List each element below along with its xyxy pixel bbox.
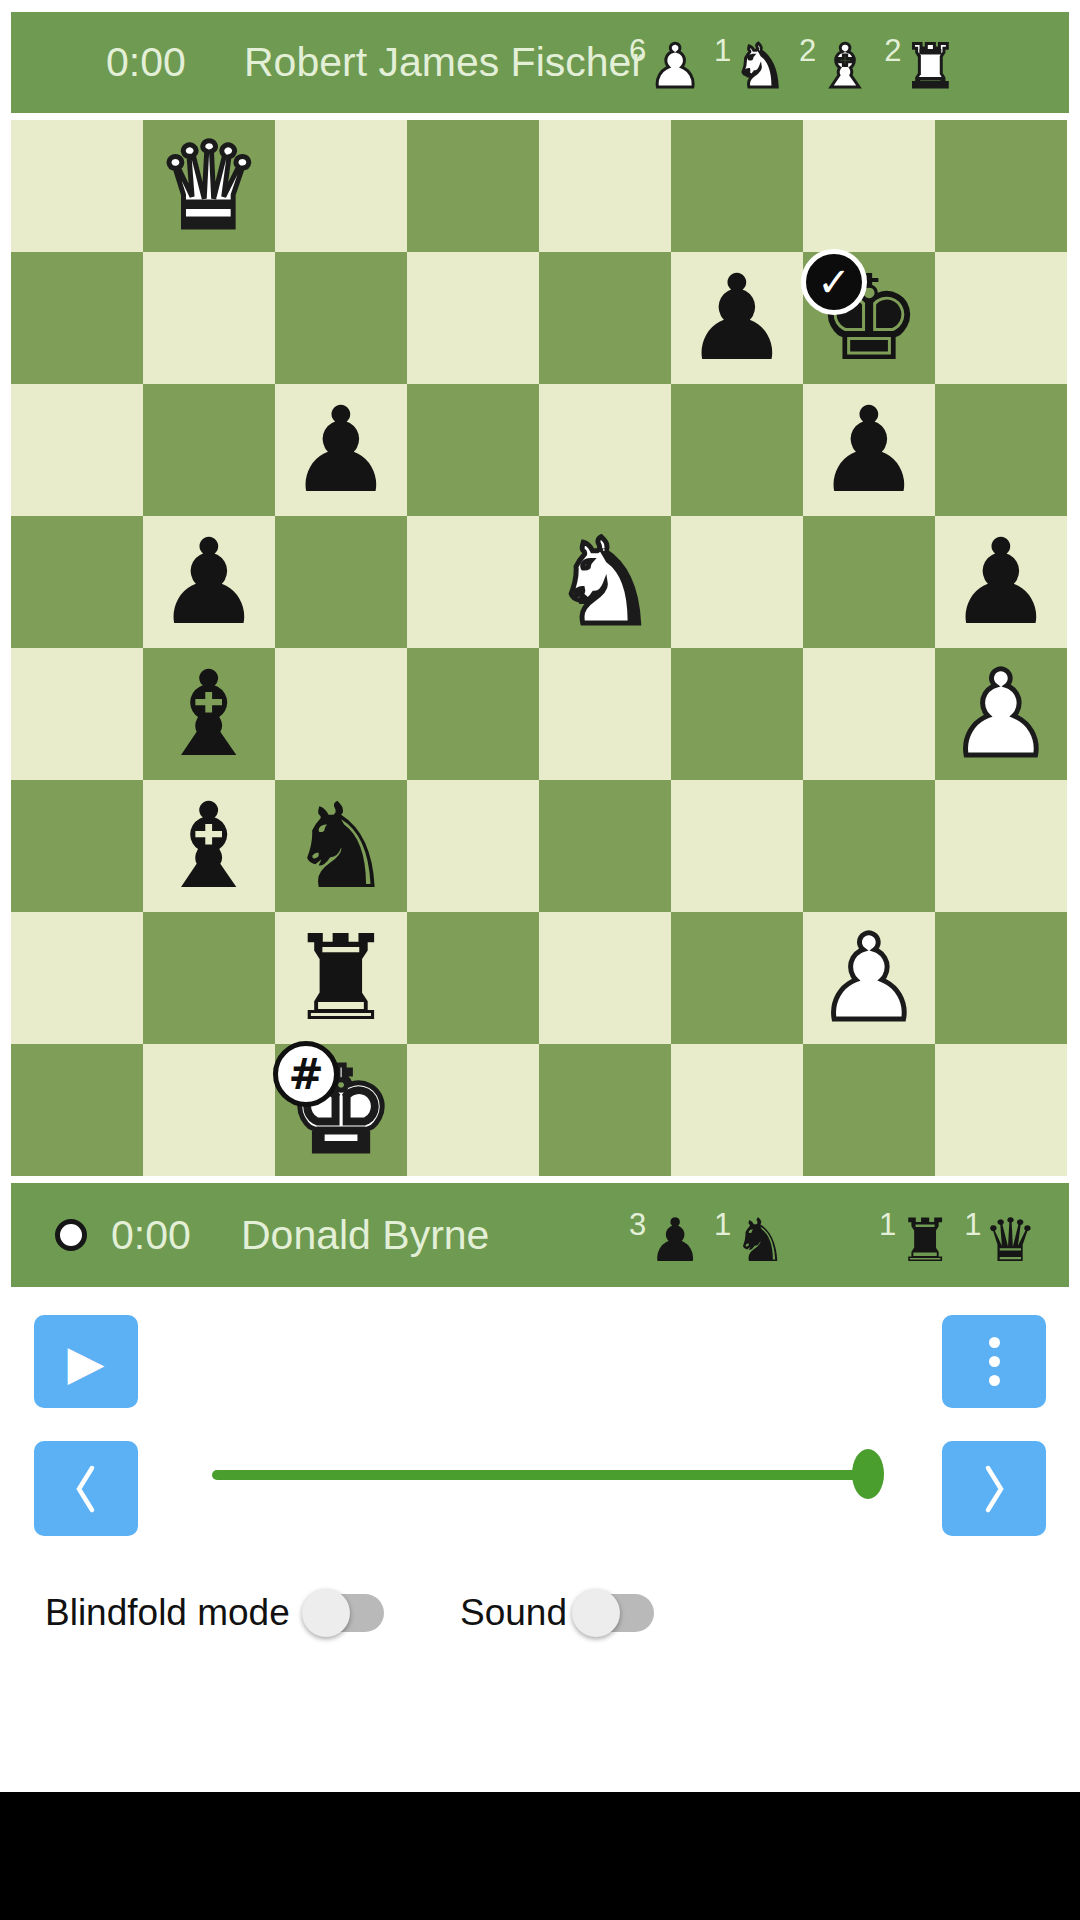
captured-count: 1	[964, 1208, 981, 1242]
captured-group: 1♞	[714, 1208, 787, 1272]
captured-group: 1♞	[714, 34, 787, 98]
square-c7[interactable]	[275, 252, 407, 384]
piece-white-pawn[interactable]: ♟	[935, 648, 1067, 780]
square-a4[interactable]	[11, 648, 143, 780]
square-f6[interactable]	[671, 384, 803, 516]
square-h8[interactable]	[935, 120, 1067, 252]
square-g7[interactable]: ♚✓	[803, 252, 935, 384]
square-c4[interactable]	[275, 648, 407, 780]
move-slider-track[interactable]	[212, 1470, 872, 1480]
square-d7[interactable]	[407, 252, 539, 384]
piece-black-rook[interactable]: ♜	[275, 912, 407, 1044]
blindfold-mode-label: Blindfold mode	[45, 1592, 290, 1634]
next-move-button[interactable]	[942, 1441, 1046, 1536]
square-d5[interactable]	[407, 516, 539, 648]
result-check-badge: ✓	[801, 249, 867, 315]
piece-black-bishop[interactable]: ♝	[143, 648, 275, 780]
square-b7[interactable]	[143, 252, 275, 384]
sound-label: Sound	[460, 1592, 567, 1634]
square-h6[interactable]	[935, 384, 1067, 516]
captured-black-pawn-icon: ♟	[648, 1208, 702, 1272]
piece-white-queen[interactable]: ♛	[143, 120, 275, 252]
overflow-menu-button[interactable]	[942, 1315, 1046, 1408]
captured-group: 6♟	[629, 34, 702, 98]
square-b2[interactable]	[143, 912, 275, 1044]
play-button[interactable]: ▶	[34, 1315, 138, 1408]
square-d6[interactable]	[407, 384, 539, 516]
square-h1[interactable]	[935, 1044, 1067, 1176]
captured-count: 3	[629, 1208, 646, 1242]
square-b6[interactable]	[143, 384, 275, 516]
piece-white-knight[interactable]: ♞	[539, 516, 671, 648]
square-g1[interactable]	[803, 1044, 935, 1176]
captured-white-bishop-icon: ♝	[818, 34, 872, 98]
square-b5[interactable]: ♟	[143, 516, 275, 648]
captured-count: 1	[879, 1208, 896, 1242]
square-g4[interactable]	[803, 648, 935, 780]
square-a8[interactable]	[11, 120, 143, 252]
checkmate-badge: #	[273, 1041, 339, 1107]
square-e5[interactable]: ♞	[539, 516, 671, 648]
captured-white-pawn-icon: ♟	[648, 34, 702, 98]
square-e4[interactable]	[539, 648, 671, 780]
sound-toggle[interactable]	[572, 1589, 656, 1637]
square-c5[interactable]	[275, 516, 407, 648]
square-f2[interactable]	[671, 912, 803, 1044]
square-b1[interactable]	[143, 1044, 275, 1176]
captured-black-queen-icon: ♛	[983, 1208, 1037, 1272]
square-c6[interactable]: ♟	[275, 384, 407, 516]
bottom-player-clock: 0:00	[111, 1183, 191, 1287]
square-c2[interactable]: ♜	[275, 912, 407, 1044]
square-e2[interactable]	[539, 912, 671, 1044]
bottom-player-name: Donald Byrne	[241, 1183, 489, 1287]
square-c8[interactable]	[275, 120, 407, 252]
square-f7[interactable]: ♟	[671, 252, 803, 384]
square-f4[interactable]	[671, 648, 803, 780]
square-d2[interactable]	[407, 912, 539, 1044]
square-d4[interactable]	[407, 648, 539, 780]
captured-group: 2♝	[799, 34, 872, 98]
square-g5[interactable]	[803, 516, 935, 648]
previous-move-button[interactable]	[34, 1441, 138, 1536]
square-c3[interactable]: ♞	[275, 780, 407, 912]
square-a1[interactable]	[11, 1044, 143, 1176]
square-h2[interactable]	[935, 912, 1067, 1044]
turn-indicator-dot	[55, 1219, 87, 1251]
piece-black-knight[interactable]: ♞	[275, 780, 407, 912]
bottom-player-bar: 0:00 Donald Byrne 3♟1♞1♜1♛	[11, 1183, 1069, 1287]
piece-black-pawn[interactable]: ♟	[275, 384, 407, 516]
square-g8[interactable]	[803, 120, 935, 252]
top-player-clock: 0:00	[106, 12, 186, 113]
captured-count: 2	[799, 34, 816, 68]
square-h5[interactable]: ♟	[935, 516, 1067, 648]
square-g3[interactable]	[803, 780, 935, 912]
square-a3[interactable]	[11, 780, 143, 912]
square-e7[interactable]	[539, 252, 671, 384]
square-h3[interactable]	[935, 780, 1067, 912]
captured-group: 2♜	[884, 34, 957, 98]
bottom-captured-pieces: 3♟1♞1♜1♛	[629, 1208, 1037, 1272]
move-slider-thumb[interactable]	[852, 1449, 884, 1499]
square-d8[interactable]	[407, 120, 539, 252]
square-f3[interactable]	[671, 780, 803, 912]
captured-count: 1	[714, 1208, 731, 1242]
square-d1[interactable]	[407, 1044, 539, 1176]
square-b8[interactable]: ♛	[143, 120, 275, 252]
square-e8[interactable]	[539, 120, 671, 252]
chess-board: ♛♟♚✓♟♟♟♞♟♝♟♝♞♜♟♚#	[11, 120, 1067, 1176]
square-e3[interactable]	[539, 780, 671, 912]
captured-group: 1♛	[964, 1208, 1037, 1272]
square-c1[interactable]: ♚#	[275, 1044, 407, 1176]
square-b4[interactable]: ♝	[143, 648, 275, 780]
top-captured-pieces: 6♟1♞2♝2♜	[629, 34, 957, 98]
piece-white-pawn[interactable]: ♟	[803, 912, 935, 1044]
piece-black-pawn[interactable]: ♟	[671, 252, 803, 384]
captured-black-rook-icon: ♜	[898, 1208, 952, 1272]
square-a2[interactable]	[11, 912, 143, 1044]
captured-group: 3♟	[629, 1208, 702, 1272]
vertical-dots-icon	[989, 1337, 1000, 1386]
captured-group: 1♜	[879, 1208, 952, 1272]
chevron-left-icon	[71, 1463, 101, 1515]
square-a6[interactable]	[11, 384, 143, 516]
blindfold-mode-toggle[interactable]	[302, 1589, 386, 1637]
piece-black-pawn[interactable]: ♟	[803, 384, 935, 516]
square-h7[interactable]	[935, 252, 1067, 384]
square-b3[interactable]: ♝	[143, 780, 275, 912]
chevron-right-icon	[979, 1463, 1009, 1515]
toggle-knob	[302, 1589, 350, 1637]
square-a7[interactable]	[11, 252, 143, 384]
captured-count: 6	[629, 34, 646, 68]
square-g2[interactable]: ♟	[803, 912, 935, 1044]
captured-white-rook-icon: ♜	[903, 34, 957, 98]
captured-count: 1	[714, 34, 731, 68]
android-nav-bar	[0, 1792, 1080, 1920]
captured-white-knight-icon: ♞	[733, 34, 787, 98]
piece-black-pawn[interactable]: ♟	[143, 516, 275, 648]
captured-black-knight-icon: ♞	[733, 1208, 787, 1272]
square-a5[interactable]	[11, 516, 143, 648]
square-f1[interactable]	[671, 1044, 803, 1176]
toggle-knob	[572, 1589, 620, 1637]
captured-count: 2	[884, 34, 901, 68]
square-h4[interactable]: ♟	[935, 648, 1067, 780]
square-g6[interactable]: ♟	[803, 384, 935, 516]
top-player-bar: 0:00 Robert James Fischer 6♟1♞2♝2♜	[11, 12, 1069, 113]
square-e6[interactable]	[539, 384, 671, 516]
piece-black-bishop[interactable]: ♝	[143, 780, 275, 912]
top-player-name: Robert James Fischer	[244, 12, 645, 113]
square-d3[interactable]	[407, 780, 539, 912]
square-f8[interactable]	[671, 120, 803, 252]
chess-app-screen: 0:00 Robert James Fischer 6♟1♞2♝2♜ ♛♟♚✓♟…	[0, 0, 1080, 1920]
play-icon: ▶	[68, 1338, 105, 1386]
square-e1[interactable]	[539, 1044, 671, 1176]
piece-black-pawn[interactable]: ♟	[935, 516, 1067, 648]
square-f5[interactable]	[671, 516, 803, 648]
